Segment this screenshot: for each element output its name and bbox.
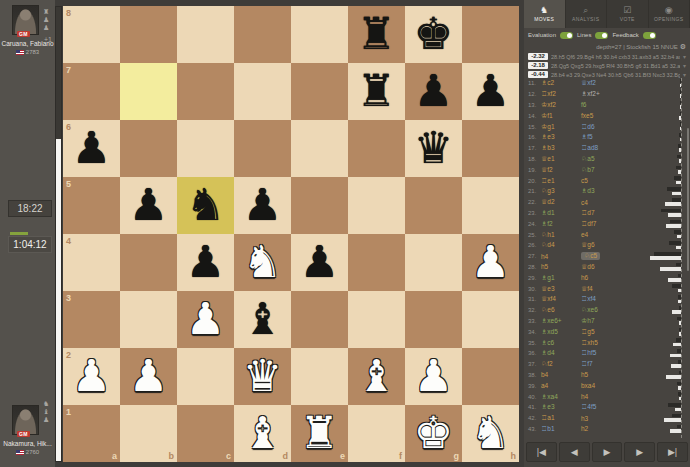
move-number: 25. [528,232,541,238]
rank-label: 3 [66,293,71,303]
black-rook-f7: ♜ [348,63,405,120]
black-pawn-e4: ♟ [291,234,348,291]
captured-pieces-top: ♜♟♟ [43,8,49,32]
black-knight-c5: ♞ [177,177,234,234]
square-c8[interactable] [177,6,234,63]
black-move[interactable]: ♖df7 [581,220,621,228]
move-row-28: 28. h5 ♕d6 [524,262,646,273]
black-move[interactable]: ♖xf4 [581,295,621,303]
white-pawn-b2: ♟ [120,348,177,405]
eval-graph-row [646,326,681,337]
tab-moves[interactable]: ♞ MOVES [524,0,566,28]
tab-label: VOTE [620,16,635,22]
prev-move-button[interactable]: ◀ [559,442,590,462]
rank-label: 4 [66,236,71,246]
square-c3[interactable]: ♟ [177,291,234,348]
eval-graph-row [646,359,681,370]
move-row-12: 12. ♖xf2 ♗xf2+ [524,89,646,100]
captured-piece-icon: ♟ [43,416,49,424]
black-pawn-g7: ♟ [405,63,462,120]
first-move-button[interactable]: |◀ [526,442,557,462]
square-e6[interactable] [291,120,348,177]
move-number: 39. [528,383,541,389]
square-c2[interactable] [177,348,234,405]
black-pawn-h7: ♟ [462,63,519,120]
white-move[interactable]: ♖xf2 [541,90,581,98]
square-e5[interactable] [291,177,348,234]
expand-caret-icon[interactable]: ▾ [683,62,686,69]
white-move[interactable]: h5 [541,263,581,270]
engine-line-2[interactable]: -2.18 28.Qg5 Qxg5 29.hxg5 Rf4 30.Bh5 g6 … [524,61,690,70]
move-row-23: 23. ♗d1 ♖d7 [524,208,646,219]
white-move[interactable]: ♗e3 [541,133,581,141]
last-move-button[interactable]: ▶| [657,442,688,462]
move-row-18: 18. ♕e1 ♘a5 [524,154,646,165]
tab-openings[interactable]: ◉ OPENINGS [649,0,690,28]
white-move[interactable]: ♖a1 [541,414,581,422]
square-e1[interactable]: e♜ [291,405,348,462]
eval-graph-row [646,240,681,251]
move-row-35: 35. ♗c6 ♖xh5 [524,337,646,348]
expand-caret-icon[interactable]: ▾ [683,53,686,60]
eval-graph-row [646,208,681,219]
square-g7[interactable]: ♟ [405,63,462,120]
white-queen-d2: ♛ [234,348,291,405]
move-number: 30. [528,286,541,292]
move-list: 11. ♗c2 ♕xf212. ♖xf2 ♗xf2+13. ♔xf2 f614.… [524,78,646,438]
move-number: 21. [528,188,541,194]
rating-value: 2783 [26,49,39,55]
black-move[interactable]: h2 [581,425,621,432]
eval-graph-row [646,294,681,305]
eval-graph-row [646,413,681,424]
move-row-39: 39. a4 bxa4 [524,380,646,391]
white-move[interactable]: ♗xd5 [541,328,581,336]
square-d4[interactable]: ♞ [234,234,291,291]
captured-pieces-bottom: ♞♝♟ [43,400,49,424]
eval-chip: -0.44 [528,71,548,78]
black-move[interactable]: c5 [581,177,621,184]
square-e3[interactable] [291,291,348,348]
square-h7[interactable]: ♟ [462,63,519,120]
square-g8[interactable]: ♚ [405,6,462,63]
toggle-label-evaluation: Evaluation [528,32,556,38]
captured-piece-icon: ♝ [43,408,49,416]
black-move[interactable]: ♕g6 [581,241,621,249]
toggle-evaluation[interactable] [560,32,573,39]
move-number: 15. [528,124,541,130]
square-f5[interactable] [348,177,405,234]
black-move[interactable]: e4 [581,231,621,238]
move-number: 13. [528,102,541,108]
white-move[interactable]: ♗xa4 [541,393,581,401]
eval-graph-row [646,251,681,262]
gear-icon[interactable]: ⚙ [680,43,686,51]
white-bishop-f2: ♝ [348,348,405,405]
tab-label: MOVES [534,16,554,22]
square-h5[interactable] [462,177,519,234]
white-move[interactable]: a4 [541,382,581,389]
player-rating-row: 2783 [0,49,55,55]
move-number: 23. [528,210,541,216]
move-row-38: 38. b4 h5 [524,370,646,381]
file-label: f [399,451,402,461]
eval-graph-row [646,164,681,175]
square-g2[interactable]: ♟ [405,348,462,405]
white-move[interactable]: ♖b1 [541,425,581,433]
move-number: 37. [528,361,541,367]
avatar: GM [12,5,39,35]
move-row-24: 24. ♗f2 ♖df7 [524,218,646,229]
white-move[interactable]: ♗f2 [541,220,581,228]
move-row-41: 41. ♗e3 ♖4f5 [524,402,646,413]
square-h2[interactable] [462,348,519,405]
square-g6[interactable]: ♛ [405,120,462,177]
black-move[interactable]: ♔h7 [581,317,621,325]
square-d1[interactable]: d♝ [234,405,291,462]
move-number: 14. [528,113,541,119]
eval-graph-row [646,283,681,294]
square-d5[interactable]: ♟ [234,177,291,234]
square-h4[interactable]: ♟ [462,234,519,291]
move-row-20: 20. ♖e1 c5 [524,175,646,186]
move-row-40: 40. ♗xa4 h4 [524,391,646,402]
square-d6[interactable] [234,120,291,177]
move-number: 11. [528,80,541,86]
eval-graph-row [646,337,681,348]
eval-chip: -2.18 [528,62,548,69]
black-move[interactable]: h3 [581,415,621,422]
white-pawn-h4: ♟ [462,234,519,291]
eval-graph-row [646,175,681,186]
toggle-lines[interactable] [595,32,608,39]
engine-status-row: depth=27 | Stockfish 15 NNUE ⚙ [524,42,690,52]
black-move[interactable]: ♗xf2+ [581,90,621,98]
engine-status: depth=27 | Stockfish 15 NNUE [596,44,677,50]
move-number: 17. [528,145,541,151]
square-b5[interactable]: ♟ [120,177,177,234]
tab-vote[interactable]: ☑ VOTE [607,0,649,28]
engine-lines: -2.32 28.h5 Qf6 29.Bg4 h6 30.b4 cxb3 31.… [524,52,690,79]
white-move[interactable]: ♗d1 [541,209,581,217]
active-turn-indicator [10,232,28,235]
square-h8[interactable] [462,6,519,63]
square-a8[interactable]: 8 [63,6,120,63]
move-number: 28. [528,264,541,270]
move-number: 24. [528,221,541,227]
usa-flag-icon [16,450,24,455]
black-move[interactable]: f6 [581,101,621,108]
square-b1[interactable]: b [120,405,177,462]
square-f1[interactable]: f [348,405,405,462]
black-move[interactable]: ♖d6 [581,123,621,131]
move-number: 42. [528,415,541,421]
eval-graph-row [646,305,681,316]
white-knight-h1: ♞ [462,405,519,462]
white-move[interactable]: ♗c6 [541,339,581,347]
eval-graph-row [646,100,681,111]
square-g4[interactable] [405,234,462,291]
ballot-icon: ☑ [623,6,631,15]
white-knight-d4: ♞ [234,234,291,291]
move-row-21: 21. ♘g3 ♗d3 [524,186,646,197]
white-move[interactable]: ♖e1 [541,177,581,185]
white-move[interactable]: ♘e6 [541,306,581,314]
white-bishop-d1: ♝ [234,405,291,462]
eval-graph-row [646,316,681,327]
captured-piece-icon: ♟ [43,16,49,24]
move-row-19: 19. ♕f2 ♘b7 [524,164,646,175]
square-b6[interactable] [120,120,177,177]
chess-board[interactable]: 8♜♚7♜♟♟6♟♛5♟♞♟4♟♞♟♟3♟♝2♟♟♛♝♟1abcd♝e♜fg♚h… [63,6,519,462]
square-f4[interactable] [348,234,405,291]
panel-tabs: ♞ MOVES⌕ ANALYSIS☑ VOTE◉ OPENINGS [524,0,690,28]
square-d2[interactable]: ♛ [234,348,291,405]
move-row-15: 15. ♔g1 ♖d6 [524,121,646,132]
eval-graph-row [646,218,681,229]
eval-graph-row [646,89,681,100]
square-d3[interactable]: ♝ [234,291,291,348]
next-move-button[interactable]: ▶ [624,442,655,462]
eval-graph-row [646,229,681,240]
move-number: 22. [528,199,541,205]
move-row-32: 32. ♘e6 ♘xe6 [524,305,646,316]
eval-graph-row [646,143,681,154]
black-move[interactable]: ♕xf2 [581,79,621,87]
black-queen-g6: ♛ [405,120,462,177]
white-move[interactable]: ♘g3 [541,187,581,195]
white-move[interactable]: ♕d2 [541,198,581,206]
move-row-13: 13. ♔xf2 f6 [524,100,646,111]
square-a7[interactable]: 7 [63,63,120,120]
white-move[interactable]: ♗b3 [541,144,581,152]
square-c4[interactable]: ♟ [177,234,234,291]
move-number: 33. [528,318,541,324]
square-e4[interactable]: ♟ [291,234,348,291]
white-move[interactable]: ♗g1 [541,274,581,282]
square-b3[interactable] [120,291,177,348]
square-c7[interactable] [177,63,234,120]
captured-piece-icon: ♜ [43,8,49,16]
move-number: 34. [528,329,541,335]
toggle-feedback[interactable] [643,32,656,39]
file-label: a [112,451,117,461]
move-row-26: 26. ♘d4 ♕g6 [524,240,646,251]
move-row-11: 11. ♗c2 ♕xf2 [524,78,646,89]
black-move[interactable]: ♖4f5 [581,403,621,411]
black-move[interactable]: ♖f7 [581,360,621,368]
move-row-33: 33. ♗xe6+ ♔h7 [524,316,646,327]
white-move[interactable]: ♕f2 [541,166,581,174]
eval-graph-row [646,348,681,359]
move-number: 16. [528,134,541,140]
move-number: 40. [528,394,541,400]
black-move[interactable]: c4 [581,199,621,206]
rank-label: 8 [66,8,71,18]
square-h6[interactable] [462,120,519,177]
black-pawn-d5: ♟ [234,177,291,234]
evaluation-bar [55,6,62,462]
square-a1[interactable]: 1a [63,405,120,462]
move-row-17: 17. ♗b3 ♖ad8 [524,143,646,154]
black-move[interactable]: ♗f5 [581,133,621,141]
rank-label: 1 [66,407,71,417]
move-number: 12. [528,91,541,97]
eval-graph-row [646,402,681,413]
eval-graph-row [646,154,681,165]
move-number: 26. [528,242,541,248]
white-move[interactable]: ♕xf4 [541,295,581,303]
black-move[interactable]: h4 [581,393,621,400]
square-a5[interactable]: 5 [63,177,120,234]
move-number: 20. [528,178,541,184]
eval-graph-row [646,391,681,402]
white-pawn-c3: ♟ [177,291,234,348]
eval-graph-row [646,380,681,391]
players-sidebar: GM Caruana, Fabiano 2783 ♜♟♟ +1 18:22 1:… [0,0,55,467]
white-king-g1: ♚ [405,405,462,462]
square-d7[interactable] [234,63,291,120]
black-move[interactable]: ♘a5 [581,155,621,163]
square-f6[interactable] [348,120,405,177]
square-h1[interactable]: h♞ [462,405,519,462]
move-row-30: 30. ♕e3 ♕f4 [524,283,646,294]
square-f8[interactable]: ♜ [348,6,405,63]
black-move[interactable]: bxa4 [581,382,621,389]
square-a3[interactable]: 3 [63,291,120,348]
square-a4[interactable]: 4 [63,234,120,291]
black-pawn-c4: ♟ [177,234,234,291]
black-move[interactable]: ♕d6 [581,263,621,271]
square-h3[interactable] [462,291,519,348]
toggle-label-feedback: Feedback [612,32,638,38]
eval-graph-row [646,110,681,121]
black-move[interactable]: fxe5 [581,112,621,119]
white-move[interactable]: h4 [541,253,581,260]
square-c1[interactable]: c [177,405,234,462]
white-move[interactable]: ♘f2 [541,360,581,368]
rating-value: 2760 [26,449,39,455]
square-b8[interactable] [120,6,177,63]
knight-icon: ♞ [540,6,548,15]
black-pawn-a6: ♟ [63,120,120,177]
player-name: Nakamura, Hik... [0,440,55,447]
move-number: 29. [528,275,541,281]
white-move[interactable]: ♗xe6+ [541,317,581,325]
black-move[interactable]: ♗d3 [581,187,621,195]
play-button[interactable]: ▶ [592,442,623,462]
square-e2[interactable] [291,348,348,405]
move-number: 41. [528,404,541,410]
black-move[interactable]: h5 [581,371,621,378]
move-number: 35. [528,340,541,346]
tab-label: ANALYSIS [572,16,599,22]
move-row-37: 37. ♘f2 ♖f7 [524,359,646,370]
white-move[interactable]: ♗c2 [541,79,581,87]
square-d8[interactable] [234,6,291,63]
black-move[interactable]: ♖g5 [581,328,621,336]
square-f3[interactable] [348,291,405,348]
square-e8[interactable] [291,6,348,63]
move-number: 43. [528,426,541,432]
square-c5[interactable]: ♞ [177,177,234,234]
black-move[interactable]: ♖ad8 [581,144,621,152]
magnifier-icon: ⌕ [583,6,588,15]
square-f2[interactable]: ♝ [348,348,405,405]
move-number: 36. [528,350,541,356]
black-move[interactable]: ♘b7 [581,166,621,174]
move-row-29: 29. ♗g1 h6 [524,272,646,283]
move-row-34: 34. ♗xd5 ♖g5 [524,326,646,337]
move-row-42: 42. ♖a1 h3 [524,413,646,424]
black-rook-f8: ♜ [348,6,405,63]
move-row-25: 25. ♘h1 e4 [524,229,646,240]
square-c6[interactable] [177,120,234,177]
square-b2[interactable]: ♟ [120,348,177,405]
tab-analysis[interactable]: ⌕ ANALYSIS [566,0,608,28]
square-a2[interactable]: 2♟ [63,348,120,405]
black-move[interactable]: ♖d7 [581,209,621,217]
square-g5[interactable] [405,177,462,234]
move-row-16: 16. ♗e3 ♗f5 [524,132,646,143]
black-king-g8: ♚ [405,6,462,63]
white-move[interactable]: ♘d4 [541,241,581,249]
eval-graph-row [646,262,681,273]
black-move[interactable]: ♕f4 [581,285,621,293]
square-e7[interactable] [291,63,348,120]
white-move[interactable]: ♗d4 [541,349,581,357]
rank-label: 7 [66,65,71,75]
white-pawn-g2: ♟ [405,348,462,405]
eval-graph-row [646,132,681,143]
move-navigation: |◀◀▶▶▶| [524,440,690,464]
eval-graph-row [646,370,681,381]
white-move[interactable]: ♔xf2 [541,101,581,109]
white-pawn-a2: ♟ [63,348,120,405]
openings-icon: ◉ [665,6,673,15]
file-label: c [226,451,231,461]
engine-toggles: EvaluationLinesFeedback [524,28,690,42]
black-move-current[interactable]: ♘c5 [581,252,600,260]
square-a6[interactable]: 6♟ [63,120,120,177]
square-g3[interactable] [405,291,462,348]
white-move[interactable]: ♕e3 [541,285,581,293]
white-move[interactable]: ♕e1 [541,155,581,163]
black-move[interactable]: h6 [581,274,621,281]
avatar: GM [12,405,39,435]
white-move[interactable]: ♗e3 [541,403,581,411]
white-move[interactable]: ♔f1 [541,112,581,120]
square-g1[interactable]: g♚ [405,405,462,462]
white-move[interactable]: b4 [541,371,581,378]
white-move[interactable]: ♘h1 [541,231,581,239]
scrollbar[interactable] [687,128,689,271]
black-pawn-b5: ♟ [120,177,177,234]
black-move[interactable]: ♘xe6 [581,306,621,314]
square-b7[interactable] [120,63,177,120]
square-b4[interactable] [120,234,177,291]
black-move[interactable]: ♖hf5 [581,349,621,357]
black-move[interactable]: ♖xh5 [581,339,621,347]
move-row-27: 27. h4 ♘c5 [524,251,646,262]
move-row-43: 43. ♖b1 h2 [524,424,646,435]
eval-graph-row [646,197,681,208]
analysis-panel: ♞ MOVES⌕ ANALYSIS☑ VOTE◉ OPENINGS Evalua… [524,0,690,467]
engine-line-1[interactable]: -2.32 28.h5 Qf6 29.Bg4 h6 30.b4 cxb3 31.… [524,52,690,61]
square-f7[interactable]: ♜ [348,63,405,120]
expand-caret-icon[interactable]: ▾ [683,71,686,78]
white-move[interactable]: ♔g1 [541,123,581,131]
